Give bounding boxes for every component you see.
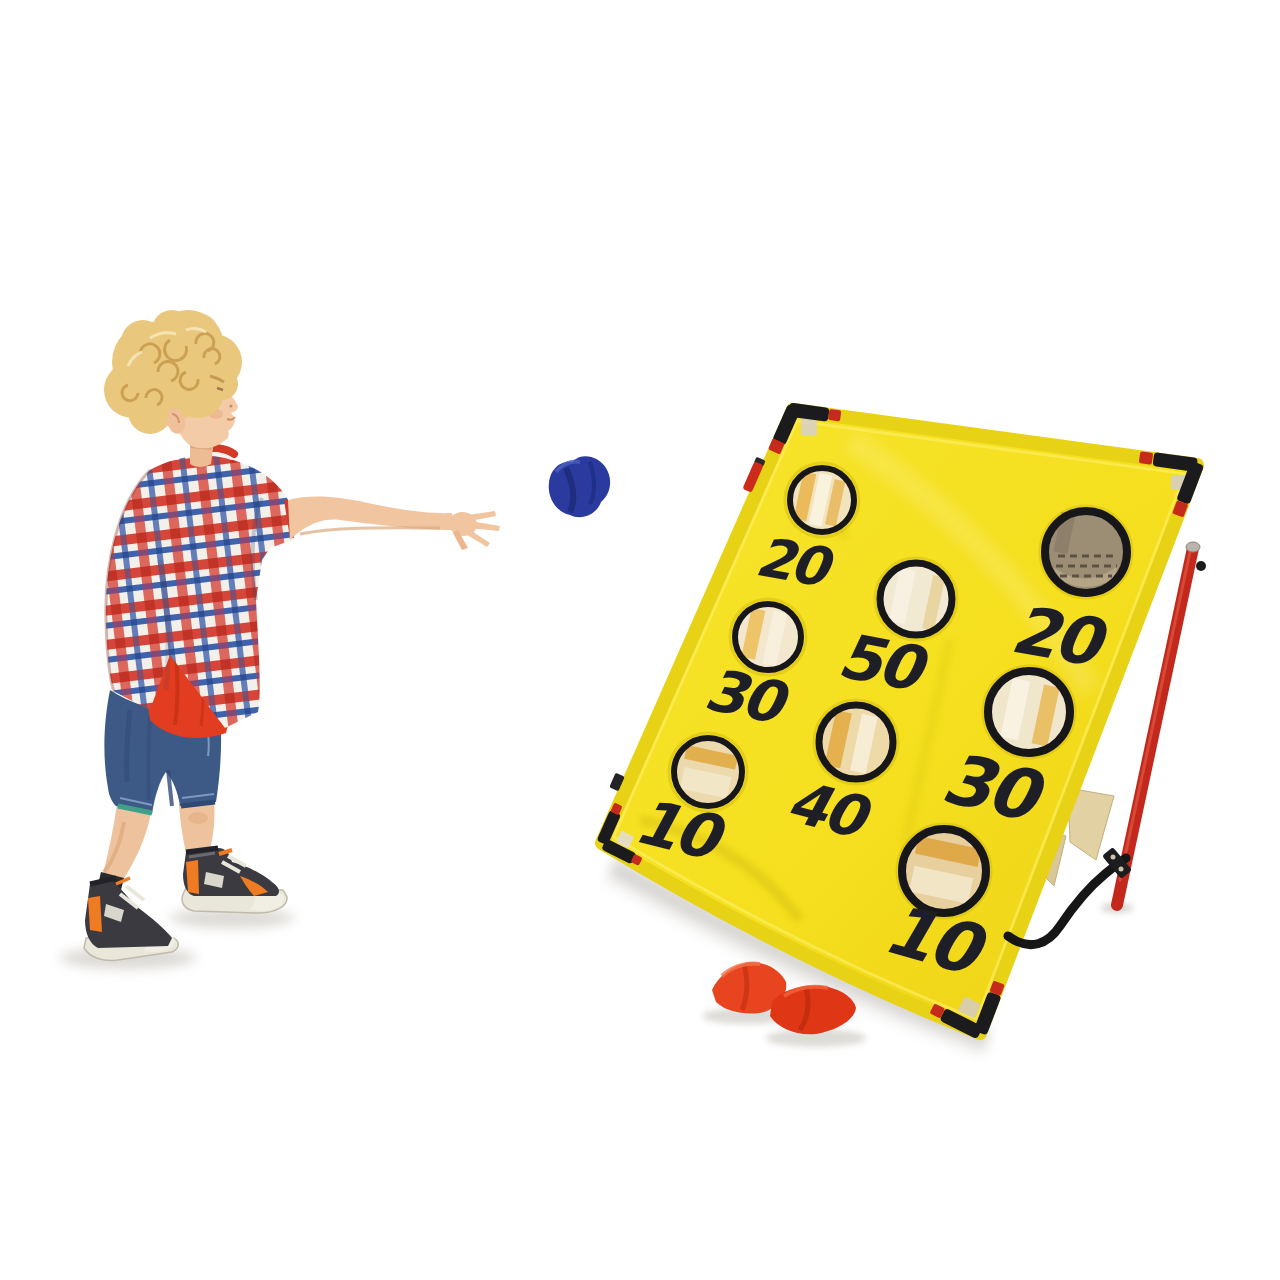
- boy-back-leg: [103, 804, 151, 880]
- hole-right-1-value-20: [1040, 506, 1132, 598]
- toss-game-illustration: 20 30 10 50 40 20 30 10: [0, 0, 1280, 1280]
- hole-middle-2-value-40: [814, 700, 898, 784]
- boy-back-shoe: [84, 878, 178, 961]
- bean-bag-blue-in-flight: [549, 456, 610, 517]
- leg-knob: [1196, 561, 1206, 571]
- boy-front-shoe: [182, 848, 287, 913]
- product-photo-scene: 20 30 10 50 40 20 30 10: [0, 0, 1280, 1280]
- boy-plaid-shirt: [106, 448, 292, 728]
- hole-right-2-value-30: [983, 666, 1075, 758]
- target-board: 20 30 10 50 40 20 30 10: [597, 403, 1205, 1040]
- boy-throwing: [84, 310, 500, 961]
- hole-left-1-value-20: [785, 463, 859, 537]
- boy-throwing-arm: [288, 496, 500, 550]
- leg-cap: [1186, 542, 1200, 552]
